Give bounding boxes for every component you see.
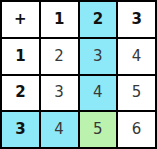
cell-r1c3-sum: 4	[118, 39, 155, 74]
cell-r0c1-column-header: 1	[41, 2, 78, 37]
cell-r2c1-sum: 3	[41, 76, 78, 111]
cell-r2c2-sum-highlighted: 4	[80, 76, 117, 111]
cell-r2c3-sum: 5	[118, 76, 155, 111]
cell-r3c2-sum-intersection: 5	[80, 112, 117, 147]
cell-r3c3-sum: 6	[118, 112, 155, 147]
cell-r0c3-column-header: 3	[118, 2, 155, 37]
addition-table-grid: + 1 2 3 1 2 3 4 2 3 4 5 3 4 5 6	[0, 0, 157, 149]
cell-r1c0-row-header: 1	[2, 39, 39, 74]
cell-r0c2-column-header-highlighted: 2	[80, 2, 117, 37]
cell-r3c1-sum-highlighted: 4	[41, 112, 78, 147]
cell-r3c0-row-header-highlighted: 3	[2, 112, 39, 147]
cell-r0c0-plus-operator: +	[2, 2, 39, 37]
cell-r2c0-row-header: 2	[2, 76, 39, 111]
cell-r1c2-sum-highlighted: 3	[80, 39, 117, 74]
cell-r1c1-sum: 2	[41, 39, 78, 74]
